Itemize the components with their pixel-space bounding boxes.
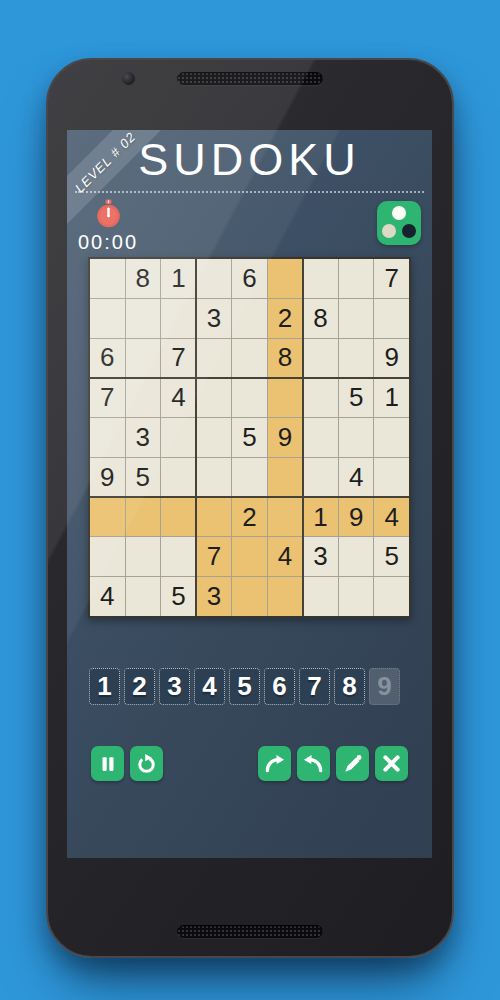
pause-icon [97,753,119,775]
close-x-icon [381,753,402,774]
cell-r9c4[interactable]: 3 [197,577,232,616]
cell-r9c6[interactable] [268,577,303,616]
cell-r4c9[interactable]: 1 [374,378,409,417]
cell-r3c9[interactable]: 9 [374,339,409,378]
cell-r7c5[interactable]: 2 [232,498,267,537]
cell-r3c1[interactable]: 6 [90,339,125,378]
cell-r2c2[interactable] [126,299,161,338]
cell-r4c1[interactable]: 7 [90,378,125,417]
cell-r2c9[interactable] [374,299,409,338]
numpad-8[interactable]: 8 [334,668,365,705]
right-controls [258,746,408,781]
cell-r7c3[interactable] [161,498,196,537]
cell-r3c8[interactable] [339,339,374,378]
cell-r7c6[interactable] [268,498,303,537]
cell-r5c9[interactable] [374,418,409,457]
cell-r4c2[interactable] [126,378,161,417]
cell-r1c4[interactable] [197,259,232,298]
cell-r5c2[interactable]: 3 [126,418,161,457]
cell-r8c9[interactable]: 5 [374,537,409,576]
restart-button[interactable] [130,746,163,781]
cell-r3c4[interactable] [197,339,232,378]
phone-frame: LEVEL # 02 SUDOKU 00:00 8167328678974513… [46,58,454,958]
cell-r8c8[interactable] [339,537,374,576]
cell-r3c7[interactable] [303,339,338,378]
cell-r8c5[interactable] [232,537,267,576]
cell-r6c8[interactable]: 4 [339,458,374,497]
cell-r8c1[interactable] [90,537,125,576]
bottom-speaker [177,925,323,938]
earpiece-speaker [177,72,323,85]
cell-r1c2[interactable]: 8 [126,259,161,298]
cell-r3c3[interactable]: 7 [161,339,196,378]
cell-r5c3[interactable] [161,418,196,457]
cell-r9c3[interactable]: 5 [161,577,196,616]
cell-r8c6[interactable]: 4 [268,537,303,576]
cell-r6c3[interactable] [161,458,196,497]
cell-r7c8[interactable]: 9 [339,498,374,537]
cell-r9c8[interactable] [339,577,374,616]
redo-arrow-icon [263,752,286,775]
cell-r5c1[interactable] [90,418,125,457]
cell-r4c8[interactable]: 5 [339,378,374,417]
cell-r6c7[interactable] [303,458,338,497]
cell-r3c2[interactable] [126,339,161,378]
palette-circles-icon [392,206,406,220]
cell-r8c7[interactable]: 3 [303,537,338,576]
numpad-9[interactable]: 9 [369,668,400,705]
cell-r4c6[interactable] [268,378,303,417]
cell-r6c9[interactable] [374,458,409,497]
cell-r7c4[interactable] [197,498,232,537]
front-camera [122,72,135,85]
erase-button[interactable] [375,746,408,781]
cell-r1c7[interactable] [303,259,338,298]
cell-r2c1[interactable] [90,299,125,338]
cell-r5c8[interactable] [339,418,374,457]
cell-r5c6[interactable]: 9 [268,418,303,457]
cell-r4c4[interactable] [197,378,232,417]
cell-r1c8[interactable] [339,259,374,298]
cell-r9c7[interactable] [303,577,338,616]
notes-button[interactable] [336,746,369,781]
header-divider [75,191,424,193]
cell-r6c2[interactable]: 5 [126,458,161,497]
cell-r9c2[interactable] [126,577,161,616]
cell-r7c2[interactable] [126,498,161,537]
sudoku-board: 81673286789745135995421947435453 [88,257,411,618]
restart-icon [135,752,158,775]
stopwatch-icon [95,199,122,229]
timer-value: 00:00 [71,231,145,254]
cell-r2c6[interactable]: 2 [268,299,303,338]
numpad-3[interactable]: 3 [159,668,190,705]
cell-r1c5[interactable]: 6 [232,259,267,298]
cell-r5c7[interactable] [303,418,338,457]
cell-r9c1[interactable]: 4 [90,577,125,616]
cell-r2c7[interactable]: 8 [303,299,338,338]
cell-r1c1[interactable] [90,259,125,298]
cell-r1c6[interactable] [268,259,303,298]
cell-r2c3[interactable] [161,299,196,338]
control-bar [91,746,408,781]
cell-r8c2[interactable] [126,537,161,576]
undo-button[interactable] [297,746,330,781]
pencil-icon [342,753,364,775]
cell-r5c5[interactable]: 5 [232,418,267,457]
cell-r4c7[interactable] [303,378,338,417]
cell-r2c8[interactable] [339,299,374,338]
cell-r2c4[interactable]: 3 [197,299,232,338]
cell-r3c6[interactable]: 8 [268,339,303,378]
cell-r3c5[interactable] [232,339,267,378]
cell-r6c4[interactable] [197,458,232,497]
numpad-6[interactable]: 6 [264,668,295,705]
pause-button[interactable] [91,746,124,781]
cell-r7c1[interactable] [90,498,125,537]
cell-r2c5[interactable] [232,299,267,338]
cell-r7c9[interactable]: 4 [374,498,409,537]
numpad-4[interactable]: 4 [194,668,225,705]
app-screen: LEVEL # 02 SUDOKU 00:00 8167328678974513… [67,130,432,858]
numpad-5[interactable]: 5 [229,668,260,705]
left-controls [91,746,163,781]
cell-r4c5[interactable] [232,378,267,417]
cell-r4c3[interactable]: 4 [161,378,196,417]
numpad-1[interactable]: 1 [89,668,120,705]
redo-button[interactable] [258,746,291,781]
cell-r7c7[interactable]: 1 [303,498,338,537]
cell-r6c1[interactable]: 9 [90,458,125,497]
cell-r9c5[interactable] [232,577,267,616]
numpad-7[interactable]: 7 [299,668,330,705]
cell-r1c3[interactable]: 1 [161,259,196,298]
cell-r1c9[interactable]: 7 [374,259,409,298]
cell-r9c9[interactable] [374,577,409,616]
theme-button[interactable] [377,201,421,245]
number-pad: 123456789 [89,668,400,705]
cell-r6c5[interactable] [232,458,267,497]
cell-r5c4[interactable] [197,418,232,457]
cell-r8c3[interactable] [161,537,196,576]
cell-r6c6[interactable] [268,458,303,497]
undo-arrow-icon [302,752,325,775]
cell-r8c4[interactable]: 7 [197,537,232,576]
numpad-2[interactable]: 2 [124,668,155,705]
